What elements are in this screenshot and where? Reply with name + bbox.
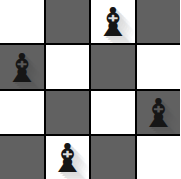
square-r4c1[interactable] bbox=[0, 136, 44, 179]
square-r2c2[interactable] bbox=[46, 45, 90, 88]
square-r1c2[interactable] bbox=[46, 0, 90, 43]
square-r4c2[interactable]: ♝ bbox=[46, 136, 90, 179]
square-r1c1[interactable] bbox=[0, 0, 44, 43]
black-bishop: ♝ bbox=[4, 49, 40, 87]
square-r2c3[interactable] bbox=[91, 45, 135, 88]
square-r4c3[interactable] bbox=[91, 136, 135, 179]
square-r2c1[interactable]: ♝ bbox=[0, 45, 44, 88]
square-r4c4[interactable] bbox=[137, 136, 181, 179]
square-r1c4[interactable] bbox=[137, 0, 181, 43]
black-bishop: ♝ bbox=[140, 94, 176, 132]
square-r3c1[interactable] bbox=[0, 91, 44, 134]
square-r3c4[interactable]: ♝ bbox=[137, 91, 181, 134]
black-bishop: ♝ bbox=[49, 139, 85, 177]
square-r2c4[interactable] bbox=[137, 45, 181, 88]
black-bishop: ♝ bbox=[95, 3, 131, 41]
square-r3c3[interactable] bbox=[91, 91, 135, 134]
square-r1c3[interactable]: ♝ bbox=[91, 0, 135, 43]
chess-board: ♝♝♝♝ bbox=[0, 0, 180, 179]
square-r3c2[interactable] bbox=[46, 91, 90, 134]
